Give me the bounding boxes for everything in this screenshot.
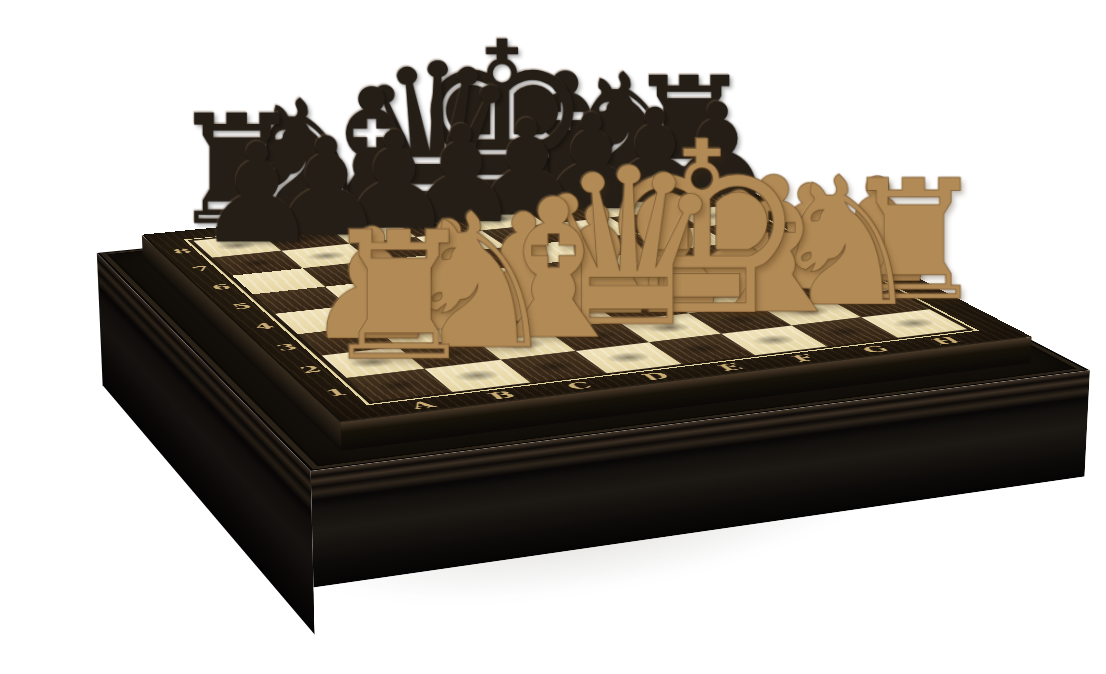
chess-set-photo: 12345678 ABCDEFGH ♜♞♝♛♚♝♞♜♟♟♟♟♟♟♟♟♟♟♟♟♟♟… [0, 0, 1106, 674]
square-a1[interactable]: ♜ [347, 369, 453, 402]
piece-black-pawn[interactable]: ♟ [196, 126, 319, 263]
perspective-world: 12345678 ABCDEFGH ♜♞♝♛♚♝♞♜♟♟♟♟♟♟♟♟♟♟♟♟♟♟… [0, 0, 1106, 674]
piece-white-rook[interactable]: ♜ [320, 207, 479, 384]
